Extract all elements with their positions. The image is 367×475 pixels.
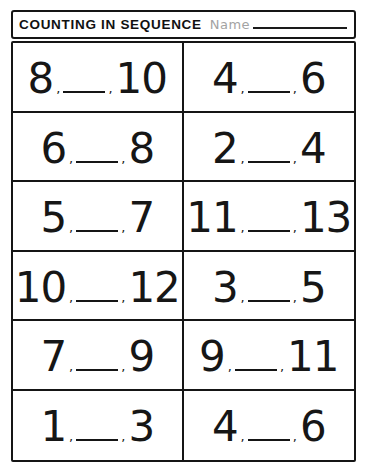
last-number: 7 bbox=[128, 197, 154, 239]
comma-mark: , bbox=[121, 290, 125, 305]
sequence-cell: 8,,10 bbox=[13, 43, 184, 113]
sequence-cell: 2,,4 bbox=[184, 113, 355, 183]
first-number: 3 bbox=[212, 267, 238, 309]
comma-mark: , bbox=[293, 290, 297, 305]
last-number: 5 bbox=[300, 267, 326, 309]
first-number: 9 bbox=[199, 336, 225, 378]
last-number: 3 bbox=[128, 406, 154, 448]
answer-blank[interactable] bbox=[248, 300, 290, 302]
comma-mark: , bbox=[241, 151, 245, 166]
comma-mark: , bbox=[228, 359, 232, 374]
comma-mark: , bbox=[293, 151, 297, 166]
sequence-cell: 7,,9 bbox=[13, 321, 184, 391]
answer-blank[interactable] bbox=[235, 369, 277, 371]
last-number: 12 bbox=[128, 267, 179, 309]
comma-mark: , bbox=[293, 429, 297, 444]
answer-blank[interactable] bbox=[248, 161, 290, 163]
worksheet-header: COUNTING IN SEQUENCE Name bbox=[11, 10, 356, 39]
name-input-line[interactable] bbox=[253, 27, 347, 29]
first-number: 11 bbox=[186, 197, 237, 239]
comma-mark: , bbox=[121, 359, 125, 374]
sequence-cell: 4,,6 bbox=[184, 391, 355, 461]
first-number: 4 bbox=[212, 58, 238, 100]
last-number: 13 bbox=[300, 197, 351, 239]
comma-mark: , bbox=[280, 359, 284, 374]
first-number: 2 bbox=[212, 128, 238, 170]
sequence-cell: 9,,11 bbox=[184, 321, 355, 391]
answer-blank[interactable] bbox=[76, 230, 118, 232]
answer-blank[interactable] bbox=[63, 91, 105, 93]
answer-blank[interactable] bbox=[248, 230, 290, 232]
last-number: 10 bbox=[116, 58, 167, 100]
sequence-cell: 5,,7 bbox=[13, 182, 184, 252]
sequence-cell: 10,,12 bbox=[13, 252, 184, 322]
comma-mark: , bbox=[293, 220, 297, 235]
comma-mark: , bbox=[69, 151, 73, 166]
answer-blank[interactable] bbox=[76, 369, 118, 371]
sequence-cell: 11,,13 bbox=[184, 182, 355, 252]
comma-mark: , bbox=[69, 290, 73, 305]
comma-mark: , bbox=[241, 220, 245, 235]
last-number: 9 bbox=[128, 336, 154, 378]
comma-mark: , bbox=[108, 81, 112, 96]
sequence-cell: 6,,8 bbox=[13, 113, 184, 183]
first-number: 6 bbox=[40, 128, 66, 170]
name-field: Name bbox=[210, 17, 347, 32]
comma-mark: , bbox=[241, 429, 245, 444]
sequence-cell: 1,,3 bbox=[13, 391, 184, 461]
comma-mark: , bbox=[241, 81, 245, 96]
last-number: 8 bbox=[128, 128, 154, 170]
worksheet-grid: 8,,104,,66,,82,,45,,711,,1310,,123,,57,,… bbox=[11, 41, 356, 462]
comma-mark: , bbox=[69, 429, 73, 444]
first-number: 4 bbox=[212, 406, 238, 448]
first-number: 7 bbox=[40, 336, 66, 378]
comma-mark: , bbox=[241, 290, 245, 305]
comma-mark: , bbox=[293, 81, 297, 96]
sequence-cell: 4,,6 bbox=[184, 43, 355, 113]
page-title: COUNTING IN SEQUENCE bbox=[19, 17, 202, 32]
last-number: 6 bbox=[300, 58, 326, 100]
worksheet-page: COUNTING IN SEQUENCE Name 8,,104,,66,,82… bbox=[0, 0, 367, 475]
first-number: 1 bbox=[40, 406, 66, 448]
comma-mark: , bbox=[69, 220, 73, 235]
answer-blank[interactable] bbox=[248, 439, 290, 441]
sequence-cell: 3,,5 bbox=[184, 252, 355, 322]
answer-blank[interactable] bbox=[248, 91, 290, 93]
name-label: Name bbox=[210, 17, 250, 32]
answer-blank[interactable] bbox=[76, 300, 118, 302]
first-number: 10 bbox=[15, 267, 66, 309]
last-number: 4 bbox=[300, 128, 326, 170]
comma-mark: , bbox=[121, 220, 125, 235]
first-number: 8 bbox=[28, 58, 54, 100]
answer-blank[interactable] bbox=[76, 439, 118, 441]
comma-mark: , bbox=[121, 151, 125, 166]
first-number: 5 bbox=[40, 197, 66, 239]
comma-mark: , bbox=[121, 429, 125, 444]
comma-mark: , bbox=[56, 81, 60, 96]
last-number: 6 bbox=[300, 406, 326, 448]
answer-blank[interactable] bbox=[76, 161, 118, 163]
last-number: 11 bbox=[287, 336, 338, 378]
comma-mark: , bbox=[69, 359, 73, 374]
